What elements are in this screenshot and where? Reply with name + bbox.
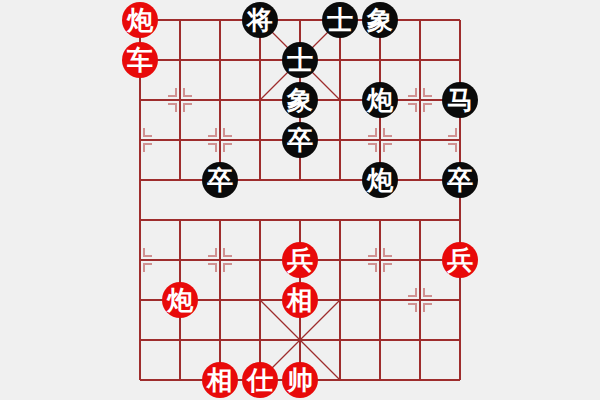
board-intersections[interactable]: 炮将士象车士象炮马卒卒炮卒兵兵炮相相仕帅: [120, 0, 480, 400]
piece-black-horse[interactable]: 马: [442, 82, 478, 118]
piece-red-elephant[interactable]: 相: [202, 362, 238, 398]
piece-black-cannon[interactable]: 炮: [362, 162, 398, 198]
piece-black-advisor[interactable]: 士: [282, 42, 318, 78]
xiangqi-board: 炮将士象车士象炮马卒卒炮卒兵兵炮相相仕帅: [120, 0, 480, 400]
xiangqi-app-background: 炮将士象车士象炮马卒卒炮卒兵兵炮相相仕帅: [0, 0, 600, 400]
piece-black-soldier[interactable]: 卒: [282, 122, 318, 158]
piece-black-soldier[interactable]: 卒: [442, 162, 478, 198]
piece-red-general[interactable]: 帅: [282, 362, 318, 398]
piece-red-soldier[interactable]: 兵: [442, 242, 478, 278]
piece-black-general[interactable]: 将: [242, 2, 278, 38]
piece-black-elephant[interactable]: 象: [282, 82, 318, 118]
piece-black-advisor[interactable]: 士: [322, 2, 358, 38]
piece-black-cannon[interactable]: 炮: [362, 82, 398, 118]
piece-red-advisor[interactable]: 仕: [242, 362, 278, 398]
piece-red-chariot[interactable]: 车: [122, 42, 158, 78]
piece-red-cannon[interactable]: 炮: [122, 2, 158, 38]
piece-red-soldier[interactable]: 兵: [282, 242, 318, 278]
piece-red-elephant[interactable]: 相: [282, 282, 318, 318]
piece-red-cannon[interactable]: 炮: [162, 282, 198, 318]
piece-black-elephant[interactable]: 象: [362, 2, 398, 38]
piece-black-soldier[interactable]: 卒: [202, 162, 238, 198]
